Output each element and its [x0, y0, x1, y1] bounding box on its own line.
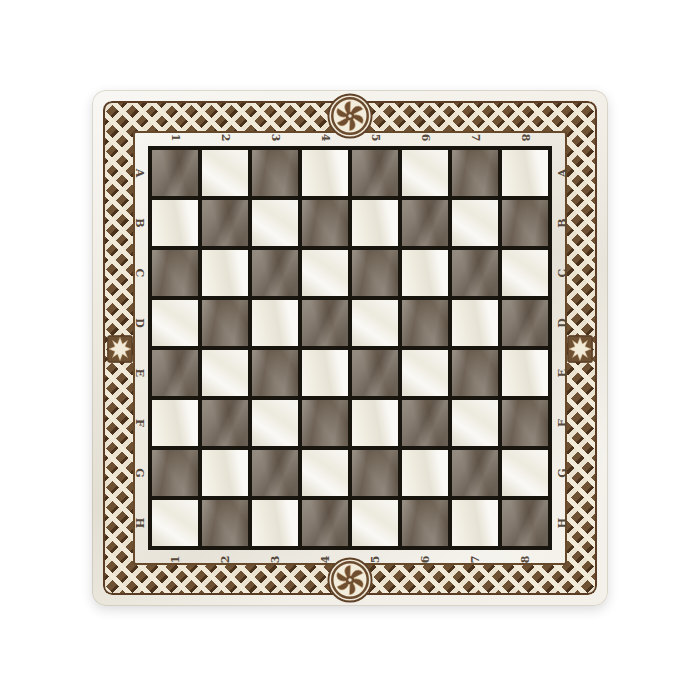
square-H7[interactable]	[452, 500, 498, 546]
square-D1[interactable]	[152, 300, 198, 346]
square-C4[interactable]	[302, 250, 348, 296]
file-labels-bottom: 12345678	[152, 552, 548, 567]
square-D3[interactable]	[252, 300, 298, 346]
square-B1[interactable]	[152, 200, 198, 246]
square-E3[interactable]	[252, 350, 298, 396]
square-E5[interactable]	[352, 350, 398, 396]
square-H1[interactable]	[152, 500, 198, 546]
square-D5[interactable]	[352, 300, 398, 346]
square-B5[interactable]	[352, 200, 398, 246]
square-C6[interactable]	[402, 250, 448, 296]
square-D2[interactable]	[202, 300, 248, 346]
square-E1[interactable]	[152, 350, 198, 396]
square-F7[interactable]	[452, 400, 498, 446]
square-C3[interactable]	[252, 250, 298, 296]
playing-field	[148, 146, 552, 550]
square-F8[interactable]	[502, 400, 548, 446]
square-F3[interactable]	[252, 400, 298, 446]
file-labels-top: 12345678	[152, 130, 548, 145]
square-G8[interactable]	[502, 450, 548, 496]
square-G4[interactable]	[302, 450, 348, 496]
square-D6[interactable]	[402, 300, 448, 346]
square-A2[interactable]	[202, 150, 248, 196]
square-A1[interactable]	[152, 150, 198, 196]
rank-labels-left: ABCDEFGH	[132, 150, 147, 546]
square-A6[interactable]	[402, 150, 448, 196]
square-B6[interactable]	[402, 200, 448, 246]
square-D7[interactable]	[452, 300, 498, 346]
square-E8[interactable]	[502, 350, 548, 396]
square-A7[interactable]	[452, 150, 498, 196]
chess-board: 12345678 12345678 ABCDEFGH ABCDEFGH	[92, 90, 608, 606]
square-B7[interactable]	[452, 200, 498, 246]
square-F6[interactable]	[402, 400, 448, 446]
square-H6[interactable]	[402, 500, 448, 546]
square-A8[interactable]	[502, 150, 548, 196]
square-H2[interactable]	[202, 500, 248, 546]
square-C1[interactable]	[152, 250, 198, 296]
square-E4[interactable]	[302, 350, 348, 396]
square-D8[interactable]	[502, 300, 548, 346]
square-H3[interactable]	[252, 500, 298, 546]
square-H5[interactable]	[352, 500, 398, 546]
square-D4[interactable]	[302, 300, 348, 346]
rank-labels-right: ABCDEFGH	[554, 150, 569, 546]
square-G1[interactable]	[152, 450, 198, 496]
square-G5[interactable]	[352, 450, 398, 496]
square-A5[interactable]	[352, 150, 398, 196]
square-G6[interactable]	[402, 450, 448, 496]
square-C7[interactable]	[452, 250, 498, 296]
starburst-ornament-left-icon	[107, 335, 133, 363]
square-C5[interactable]	[352, 250, 398, 296]
square-G3[interactable]	[252, 450, 298, 496]
square-F4[interactable]	[302, 400, 348, 446]
square-A4[interactable]	[302, 150, 348, 196]
square-E2[interactable]	[202, 350, 248, 396]
square-B2[interactable]	[202, 200, 248, 246]
starburst-ornament-right-icon	[567, 335, 593, 363]
square-A3[interactable]	[252, 150, 298, 196]
square-F1[interactable]	[152, 400, 198, 446]
square-E7[interactable]	[452, 350, 498, 396]
square-E6[interactable]	[402, 350, 448, 396]
square-F5[interactable]	[352, 400, 398, 446]
square-C2[interactable]	[202, 250, 248, 296]
square-H4[interactable]	[302, 500, 348, 546]
square-F2[interactable]	[202, 400, 248, 446]
square-B3[interactable]	[252, 200, 298, 246]
square-G7[interactable]	[452, 450, 498, 496]
square-G2[interactable]	[202, 450, 248, 496]
square-B4[interactable]	[302, 200, 348, 246]
square-B8[interactable]	[502, 200, 548, 246]
square-H8[interactable]	[502, 500, 548, 546]
square-C8[interactable]	[502, 250, 548, 296]
